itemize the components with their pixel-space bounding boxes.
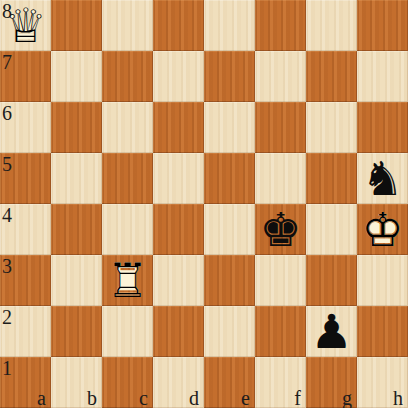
- square-h4[interactable]: ♚♔: [357, 204, 408, 255]
- square-e3[interactable]: [204, 255, 255, 306]
- square-f6[interactable]: [255, 102, 306, 153]
- square-h5[interactable]: ♞: [357, 153, 408, 204]
- square-g8[interactable]: [306, 0, 357, 51]
- white-king[interactable]: ♚♔: [357, 204, 408, 255]
- square-b7[interactable]: [51, 51, 102, 102]
- white-rook[interactable]: ♜♖: [102, 255, 153, 306]
- white-rook-outline: ♖: [102, 255, 153, 306]
- square-a2[interactable]: [0, 306, 51, 357]
- white-queen-outline: ♕: [0, 0, 51, 51]
- square-d1[interactable]: [153, 357, 204, 408]
- square-h1[interactable]: [357, 357, 408, 408]
- square-b5[interactable]: [51, 153, 102, 204]
- square-a3[interactable]: [0, 255, 51, 306]
- white-queen[interactable]: ♛♕: [0, 0, 51, 51]
- square-b6[interactable]: [51, 102, 102, 153]
- square-d3[interactable]: [153, 255, 204, 306]
- square-f1[interactable]: [255, 357, 306, 408]
- square-g3[interactable]: [306, 255, 357, 306]
- square-h8[interactable]: [357, 0, 408, 51]
- square-b4[interactable]: [51, 204, 102, 255]
- square-e7[interactable]: [204, 51, 255, 102]
- white-king-outline: ♔: [357, 204, 408, 255]
- square-d2[interactable]: [153, 306, 204, 357]
- square-e2[interactable]: [204, 306, 255, 357]
- square-h6[interactable]: [357, 102, 408, 153]
- black-king[interactable]: ♚: [255, 204, 306, 255]
- square-c2[interactable]: [102, 306, 153, 357]
- square-f5[interactable]: [255, 153, 306, 204]
- square-c5[interactable]: [102, 153, 153, 204]
- square-a7[interactable]: [0, 51, 51, 102]
- square-a8[interactable]: ♛♕: [0, 0, 51, 51]
- square-e5[interactable]: [204, 153, 255, 204]
- square-b1[interactable]: [51, 357, 102, 408]
- square-g4[interactable]: [306, 204, 357, 255]
- square-d6[interactable]: [153, 102, 204, 153]
- square-f3[interactable]: [255, 255, 306, 306]
- square-c8[interactable]: [102, 0, 153, 51]
- square-h3[interactable]: [357, 255, 408, 306]
- square-c7[interactable]: [102, 51, 153, 102]
- square-b3[interactable]: [51, 255, 102, 306]
- square-f8[interactable]: [255, 0, 306, 51]
- chess-board: ♛♕♞♚♚♔♜♖♟87654321abcdefgh: [0, 0, 408, 408]
- square-c1[interactable]: [102, 357, 153, 408]
- square-g1[interactable]: [306, 357, 357, 408]
- square-c3[interactable]: ♜♖: [102, 255, 153, 306]
- square-c6[interactable]: [102, 102, 153, 153]
- square-a6[interactable]: [0, 102, 51, 153]
- square-d7[interactable]: [153, 51, 204, 102]
- square-f2[interactable]: [255, 306, 306, 357]
- square-a5[interactable]: [0, 153, 51, 204]
- square-d8[interactable]: [153, 0, 204, 51]
- square-g5[interactable]: [306, 153, 357, 204]
- square-f4[interactable]: ♚: [255, 204, 306, 255]
- square-e4[interactable]: [204, 204, 255, 255]
- square-h2[interactable]: [357, 306, 408, 357]
- square-d5[interactable]: [153, 153, 204, 204]
- square-e1[interactable]: [204, 357, 255, 408]
- square-c4[interactable]: [102, 204, 153, 255]
- square-g6[interactable]: [306, 102, 357, 153]
- square-b2[interactable]: [51, 306, 102, 357]
- square-g7[interactable]: [306, 51, 357, 102]
- chess-diagram: ♛♕♞♚♚♔♜♖♟87654321abcdefgh: [0, 0, 408, 408]
- black-knight[interactable]: ♞: [357, 153, 408, 204]
- square-h7[interactable]: [357, 51, 408, 102]
- square-a1[interactable]: [0, 357, 51, 408]
- square-f7[interactable]: [255, 51, 306, 102]
- square-a4[interactable]: [0, 204, 51, 255]
- square-e6[interactable]: [204, 102, 255, 153]
- square-g2[interactable]: ♟: [306, 306, 357, 357]
- black-pawn[interactable]: ♟: [306, 306, 357, 357]
- square-d4[interactable]: [153, 204, 204, 255]
- square-e8[interactable]: [204, 0, 255, 51]
- square-b8[interactable]: [51, 0, 102, 51]
